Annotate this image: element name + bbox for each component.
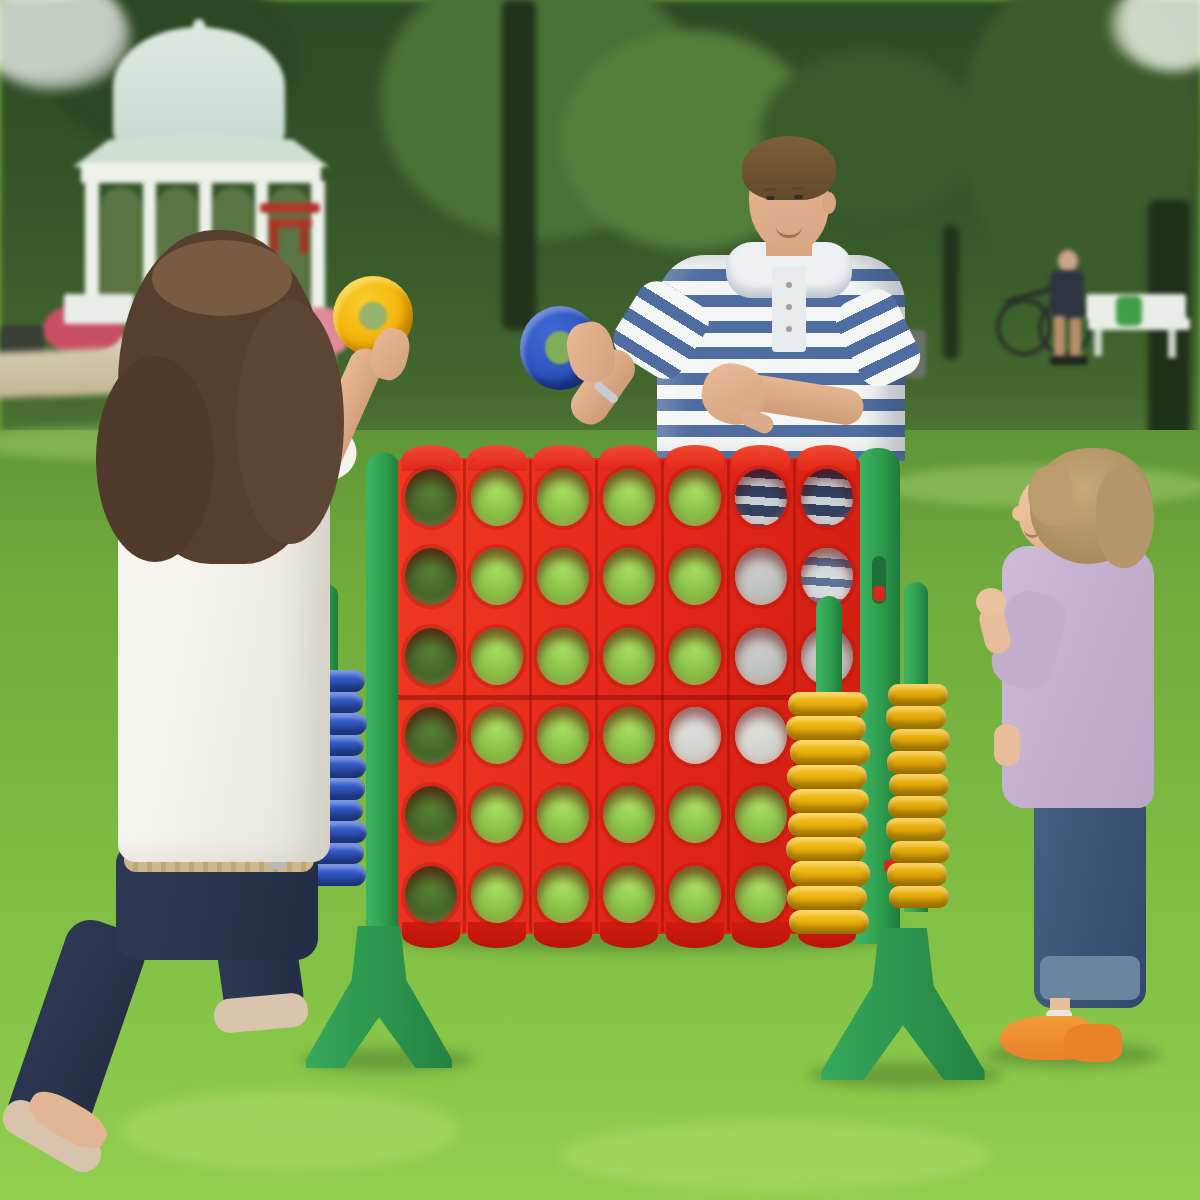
jogger xyxy=(1040,250,1096,368)
child-fringe xyxy=(1028,466,1072,526)
man-brow xyxy=(792,187,804,190)
hole-r2c6 xyxy=(735,548,787,605)
yellow-ring xyxy=(790,861,870,885)
distant-bench xyxy=(64,294,134,324)
top-scallop xyxy=(534,445,592,471)
hole-r3c1 xyxy=(405,628,457,685)
hole-r2c5 xyxy=(669,548,721,605)
yellow-ring-stack-front xyxy=(786,692,868,936)
yellow-ring xyxy=(886,706,946,728)
yellow-ring xyxy=(790,740,870,764)
bottom-scallop xyxy=(402,922,460,948)
hole-r5c4 xyxy=(603,786,655,843)
hole-r5c2 xyxy=(471,786,523,843)
hole-r5c3 xyxy=(537,786,589,843)
man-ear xyxy=(822,192,836,214)
hole-r6c5 xyxy=(669,866,721,923)
hole-r6c6 xyxy=(735,866,787,923)
grass-highlight xyxy=(120,1090,460,1170)
hole-r6c2 xyxy=(471,866,523,923)
woman-hair-shine xyxy=(152,240,292,316)
top-scallop xyxy=(402,445,460,471)
hole-r1c5 xyxy=(669,469,721,526)
top-scallop xyxy=(600,445,658,471)
jogger-head xyxy=(1058,250,1078,272)
man-button xyxy=(786,304,792,310)
hole-r3c6 xyxy=(735,628,787,685)
man-hair xyxy=(742,136,836,200)
hole-r4c5 xyxy=(669,707,721,764)
hole-r2c2 xyxy=(471,548,523,605)
yellow-ring xyxy=(886,818,946,840)
hole-r1c7 xyxy=(801,469,853,526)
yellow-ring xyxy=(889,774,949,796)
hole-r4c6 xyxy=(735,707,787,764)
hole-r1c3 xyxy=(537,469,589,526)
man-brow xyxy=(764,188,776,191)
gazebo-roof-skirt xyxy=(73,133,329,167)
yellow-ring xyxy=(890,841,950,863)
yellow-ring xyxy=(888,796,948,818)
man-button xyxy=(786,326,792,332)
jogger-shoes xyxy=(1050,356,1088,365)
hole-r3c4 xyxy=(603,628,655,685)
yellow-ring xyxy=(787,765,867,789)
woman-hair-lobe xyxy=(236,300,344,544)
yellow-ring xyxy=(786,837,866,861)
hole-r6c1 xyxy=(405,866,457,923)
child-nose xyxy=(1012,506,1026,521)
bottom-scallop xyxy=(534,922,592,948)
gazebo-red-ornament-leg xyxy=(300,221,308,253)
hole-r4c1 xyxy=(405,707,457,764)
park-scene xyxy=(0,0,1200,1200)
yellow-ring xyxy=(786,716,866,740)
man-eye xyxy=(766,196,775,200)
woman-hair-lobe xyxy=(96,356,214,562)
hole-r3c3 xyxy=(537,628,589,685)
jogger-leg xyxy=(1054,316,1065,360)
jogger-top xyxy=(1050,270,1084,320)
top-scallop xyxy=(666,445,724,471)
hole-r1c2 xyxy=(471,469,523,526)
yellow-ring-hole xyxy=(359,302,387,330)
child-lower-hand xyxy=(994,724,1020,766)
gazebo-entablature xyxy=(81,163,321,183)
man-button xyxy=(786,282,792,288)
hole-r1c1 xyxy=(405,469,457,526)
hole-r5c6 xyxy=(735,786,787,843)
yellow-ring xyxy=(787,886,867,910)
child-shoe xyxy=(1064,1024,1122,1062)
hole-r2c1 xyxy=(405,548,457,605)
yellow-ring-stack-rear xyxy=(886,684,948,910)
bottom-scallop xyxy=(666,922,724,948)
bench-leg xyxy=(1168,330,1176,358)
yellow-ring xyxy=(789,910,869,934)
gazebo-dome xyxy=(113,27,285,147)
yellow-ring xyxy=(887,863,947,885)
hole-r6c3 xyxy=(537,866,589,923)
bottom-scallop xyxy=(732,922,790,948)
hole-r2c4 xyxy=(603,548,655,605)
yellow-ring xyxy=(887,751,947,773)
tree-trunk xyxy=(502,0,536,330)
yellow-ring xyxy=(890,729,950,751)
green-bag xyxy=(1116,296,1142,326)
bottom-scallop xyxy=(468,922,526,948)
yellow-ring xyxy=(889,886,949,908)
hole-r5c5 xyxy=(669,786,721,843)
top-scallop xyxy=(468,445,526,471)
jogger-leg xyxy=(1070,318,1081,360)
yellow-ring xyxy=(788,692,868,716)
hole-r3c2 xyxy=(471,628,523,685)
man-eye xyxy=(794,195,803,199)
left-post xyxy=(366,452,400,948)
yellow-ring xyxy=(789,789,869,813)
hole-r2c3 xyxy=(537,548,589,605)
top-scallop xyxy=(798,445,856,471)
hole-r5c1 xyxy=(405,786,457,843)
hole-r1c4 xyxy=(603,469,655,526)
tree-trunk xyxy=(943,225,959,360)
bottom-scallop xyxy=(600,922,658,948)
child-hair-back xyxy=(1096,468,1154,568)
grass-highlight xyxy=(560,1120,990,1190)
hole-r4c3 xyxy=(537,707,589,764)
hole-r3c5 xyxy=(669,628,721,685)
gazebo-red-ornament xyxy=(260,203,320,213)
red-clip xyxy=(873,586,885,601)
yellow-ring xyxy=(888,684,948,706)
child-fist xyxy=(976,588,1006,616)
yellow-ring xyxy=(788,813,868,837)
child-jeans-cuff xyxy=(1040,956,1140,1000)
hole-r1c6 xyxy=(735,469,787,526)
hole-r6c4 xyxy=(603,866,655,923)
park-bench xyxy=(1086,294,1190,356)
hole-r4c4 xyxy=(603,707,655,764)
hole-r4c2 xyxy=(471,707,523,764)
top-scallop xyxy=(732,445,790,471)
